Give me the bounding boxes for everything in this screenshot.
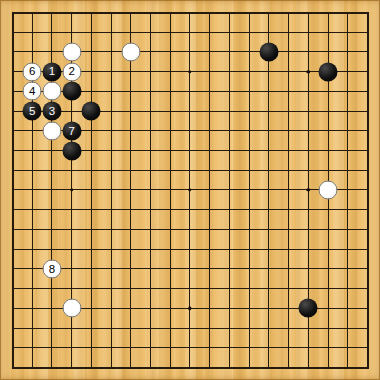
intersection-19-19[interactable] bbox=[358, 358, 378, 378]
intersection-11-1[interactable] bbox=[200, 3, 220, 23]
intersection-16-12[interactable] bbox=[298, 220, 318, 240]
intersection-15-8[interactable] bbox=[279, 141, 299, 161]
intersection-16-17[interactable] bbox=[298, 318, 318, 338]
intersection-2-14[interactable] bbox=[22, 259, 42, 279]
intersection-3-1[interactable] bbox=[42, 3, 62, 23]
intersection-8-4[interactable] bbox=[141, 62, 161, 82]
intersection-1-13[interactable] bbox=[3, 239, 23, 259]
intersection-7-11[interactable] bbox=[121, 200, 141, 220]
intersection-1-1[interactable] bbox=[3, 3, 23, 23]
intersection-1-4[interactable] bbox=[3, 62, 23, 82]
intersection-15-5[interactable] bbox=[279, 82, 299, 102]
intersection-10-5[interactable] bbox=[180, 82, 200, 102]
intersection-1-10[interactable] bbox=[3, 180, 23, 200]
intersection-18-7[interactable] bbox=[338, 121, 358, 141]
intersection-16-19[interactable] bbox=[298, 358, 318, 378]
intersection-15-11[interactable] bbox=[279, 200, 299, 220]
intersection-3-16[interactable] bbox=[42, 298, 62, 318]
intersection-12-1[interactable] bbox=[220, 3, 240, 23]
intersection-8-10[interactable] bbox=[141, 180, 161, 200]
intersection-11-8[interactable] bbox=[200, 141, 220, 161]
intersection-11-5[interactable] bbox=[200, 82, 220, 102]
intersection-7-7[interactable] bbox=[121, 121, 141, 141]
intersection-13-13[interactable] bbox=[239, 239, 259, 259]
intersection-9-8[interactable] bbox=[160, 141, 180, 161]
intersection-9-7[interactable] bbox=[160, 121, 180, 141]
intersection-16-5[interactable] bbox=[298, 82, 318, 102]
intersection-8-16[interactable] bbox=[141, 298, 161, 318]
intersection-17-9[interactable] bbox=[318, 160, 338, 180]
intersection-4-19[interactable] bbox=[62, 358, 82, 378]
intersection-18-6[interactable] bbox=[338, 101, 358, 121]
intersection-15-1[interactable] bbox=[279, 3, 299, 23]
intersection-8-18[interactable] bbox=[141, 338, 161, 358]
intersection-14-16[interactable] bbox=[259, 298, 279, 318]
intersection-1-8[interactable] bbox=[3, 141, 23, 161]
intersection-5-6[interactable] bbox=[82, 101, 102, 121]
intersection-11-13[interactable] bbox=[200, 239, 220, 259]
intersection-18-3[interactable] bbox=[338, 42, 358, 62]
intersection-2-2[interactable] bbox=[22, 22, 42, 42]
intersection-2-11[interactable] bbox=[22, 200, 42, 220]
intersection-19-10[interactable] bbox=[358, 180, 378, 200]
intersection-5-10[interactable] bbox=[82, 180, 102, 200]
intersection-13-9[interactable] bbox=[239, 160, 259, 180]
intersection-5-13[interactable] bbox=[82, 239, 102, 259]
intersection-8-3[interactable] bbox=[141, 42, 161, 62]
intersection-10-1[interactable] bbox=[180, 3, 200, 23]
intersection-13-11[interactable] bbox=[239, 200, 259, 220]
intersection-4-11[interactable] bbox=[62, 200, 82, 220]
intersection-13-16[interactable] bbox=[239, 298, 259, 318]
intersection-3-15[interactable] bbox=[42, 279, 62, 299]
intersection-8-6[interactable] bbox=[141, 101, 161, 121]
intersection-6-13[interactable] bbox=[101, 239, 121, 259]
intersection-4-17[interactable] bbox=[62, 318, 82, 338]
intersection-15-6[interactable] bbox=[279, 101, 299, 121]
intersection-19-15[interactable] bbox=[358, 279, 378, 299]
intersection-18-9[interactable] bbox=[338, 160, 358, 180]
intersection-19-1[interactable] bbox=[358, 3, 378, 23]
intersection-13-15[interactable] bbox=[239, 279, 259, 299]
intersection-16-16[interactable] bbox=[298, 298, 318, 318]
intersection-3-4[interactable]: 1 bbox=[42, 62, 62, 82]
intersection-6-4[interactable] bbox=[101, 62, 121, 82]
intersection-11-11[interactable] bbox=[200, 200, 220, 220]
intersection-19-2[interactable] bbox=[358, 22, 378, 42]
intersection-17-12[interactable] bbox=[318, 220, 338, 240]
intersection-11-4[interactable] bbox=[200, 62, 220, 82]
intersection-11-9[interactable] bbox=[200, 160, 220, 180]
intersection-10-9[interactable] bbox=[180, 160, 200, 180]
intersection-1-11[interactable] bbox=[3, 200, 23, 220]
intersection-17-2[interactable] bbox=[318, 22, 338, 42]
intersection-15-4[interactable] bbox=[279, 62, 299, 82]
intersection-13-12[interactable] bbox=[239, 220, 259, 240]
intersection-19-18[interactable] bbox=[358, 338, 378, 358]
intersection-12-14[interactable] bbox=[220, 259, 240, 279]
intersection-8-9[interactable] bbox=[141, 160, 161, 180]
intersection-18-13[interactable] bbox=[338, 239, 358, 259]
intersection-18-19[interactable] bbox=[338, 358, 358, 378]
intersection-14-19[interactable] bbox=[259, 358, 279, 378]
intersection-10-17[interactable] bbox=[180, 318, 200, 338]
intersection-9-9[interactable] bbox=[160, 160, 180, 180]
intersection-7-12[interactable] bbox=[121, 220, 141, 240]
intersection-7-19[interactable] bbox=[121, 358, 141, 378]
intersection-16-6[interactable] bbox=[298, 101, 318, 121]
intersection-12-5[interactable] bbox=[220, 82, 240, 102]
intersection-18-5[interactable] bbox=[338, 82, 358, 102]
intersection-9-6[interactable] bbox=[160, 101, 180, 121]
intersection-13-2[interactable] bbox=[239, 22, 259, 42]
intersection-8-8[interactable] bbox=[141, 141, 161, 161]
intersection-1-19[interactable] bbox=[3, 358, 23, 378]
intersection-10-16[interactable] bbox=[180, 298, 200, 318]
intersection-6-3[interactable] bbox=[101, 42, 121, 62]
intersection-15-7[interactable] bbox=[279, 121, 299, 141]
intersection-10-15[interactable] bbox=[180, 279, 200, 299]
intersection-9-1[interactable] bbox=[160, 3, 180, 23]
intersection-3-8[interactable] bbox=[42, 141, 62, 161]
intersection-1-2[interactable] bbox=[3, 22, 23, 42]
intersection-10-13[interactable] bbox=[180, 239, 200, 259]
intersection-11-10[interactable] bbox=[200, 180, 220, 200]
intersection-6-6[interactable] bbox=[101, 101, 121, 121]
intersection-12-3[interactable] bbox=[220, 42, 240, 62]
intersection-11-16[interactable] bbox=[200, 298, 220, 318]
intersection-1-16[interactable] bbox=[3, 298, 23, 318]
intersection-16-2[interactable] bbox=[298, 22, 318, 42]
intersection-17-1[interactable] bbox=[318, 3, 338, 23]
intersection-17-14[interactable] bbox=[318, 259, 338, 279]
intersection-15-12[interactable] bbox=[279, 220, 299, 240]
intersection-11-7[interactable] bbox=[200, 121, 220, 141]
intersection-8-5[interactable] bbox=[141, 82, 161, 102]
intersection-14-11[interactable] bbox=[259, 200, 279, 220]
intersection-4-10[interactable] bbox=[62, 180, 82, 200]
intersection-18-16[interactable] bbox=[338, 298, 358, 318]
intersection-17-15[interactable] bbox=[318, 279, 338, 299]
intersection-14-3[interactable] bbox=[259, 42, 279, 62]
intersection-7-10[interactable] bbox=[121, 180, 141, 200]
intersection-4-12[interactable] bbox=[62, 220, 82, 240]
intersection-14-10[interactable] bbox=[259, 180, 279, 200]
intersection-14-6[interactable] bbox=[259, 101, 279, 121]
intersection-4-6[interactable] bbox=[62, 101, 82, 121]
intersection-7-6[interactable] bbox=[121, 101, 141, 121]
intersection-1-18[interactable] bbox=[3, 338, 23, 358]
intersection-16-15[interactable] bbox=[298, 279, 318, 299]
intersection-19-17[interactable] bbox=[358, 318, 378, 338]
intersection-4-13[interactable] bbox=[62, 239, 82, 259]
intersection-10-7[interactable] bbox=[180, 121, 200, 141]
intersection-16-10[interactable] bbox=[298, 180, 318, 200]
intersection-15-19[interactable] bbox=[279, 358, 299, 378]
intersection-3-14[interactable]: 8 bbox=[42, 259, 62, 279]
intersection-17-7[interactable] bbox=[318, 121, 338, 141]
intersection-15-13[interactable] bbox=[279, 239, 299, 259]
intersection-12-11[interactable] bbox=[220, 200, 240, 220]
intersection-14-9[interactable] bbox=[259, 160, 279, 180]
intersection-8-1[interactable] bbox=[141, 3, 161, 23]
intersection-2-4[interactable]: 6 bbox=[22, 62, 42, 82]
intersection-10-14[interactable] bbox=[180, 259, 200, 279]
intersection-12-19[interactable] bbox=[220, 358, 240, 378]
intersection-3-13[interactable] bbox=[42, 239, 62, 259]
intersection-18-15[interactable] bbox=[338, 279, 358, 299]
intersection-16-14[interactable] bbox=[298, 259, 318, 279]
intersection-13-7[interactable] bbox=[239, 121, 259, 141]
intersection-17-8[interactable] bbox=[318, 141, 338, 161]
intersection-5-1[interactable] bbox=[82, 3, 102, 23]
intersection-13-17[interactable] bbox=[239, 318, 259, 338]
intersection-7-5[interactable] bbox=[121, 82, 141, 102]
intersection-1-12[interactable] bbox=[3, 220, 23, 240]
intersection-15-10[interactable] bbox=[279, 180, 299, 200]
intersection-2-3[interactable] bbox=[22, 42, 42, 62]
intersection-3-6[interactable]: 3 bbox=[42, 101, 62, 121]
intersection-15-16[interactable] bbox=[279, 298, 299, 318]
intersection-17-17[interactable] bbox=[318, 318, 338, 338]
intersection-16-3[interactable] bbox=[298, 42, 318, 62]
intersection-4-9[interactable] bbox=[62, 160, 82, 180]
intersection-9-19[interactable] bbox=[160, 358, 180, 378]
intersection-15-15[interactable] bbox=[279, 279, 299, 299]
intersection-1-14[interactable] bbox=[3, 259, 23, 279]
intersection-11-12[interactable] bbox=[200, 220, 220, 240]
intersection-17-16[interactable] bbox=[318, 298, 338, 318]
intersection-4-16[interactable] bbox=[62, 298, 82, 318]
intersection-6-9[interactable] bbox=[101, 160, 121, 180]
intersection-7-14[interactable] bbox=[121, 259, 141, 279]
intersection-5-5[interactable] bbox=[82, 82, 102, 102]
intersection-2-9[interactable] bbox=[22, 160, 42, 180]
intersection-14-5[interactable] bbox=[259, 82, 279, 102]
intersection-13-3[interactable] bbox=[239, 42, 259, 62]
intersection-7-18[interactable] bbox=[121, 338, 141, 358]
intersection-5-9[interactable] bbox=[82, 160, 102, 180]
intersection-9-13[interactable] bbox=[160, 239, 180, 259]
intersection-8-12[interactable] bbox=[141, 220, 161, 240]
intersection-13-10[interactable] bbox=[239, 180, 259, 200]
intersection-2-10[interactable] bbox=[22, 180, 42, 200]
intersection-4-2[interactable] bbox=[62, 22, 82, 42]
intersection-17-11[interactable] bbox=[318, 200, 338, 220]
intersection-15-3[interactable] bbox=[279, 42, 299, 62]
intersection-18-4[interactable] bbox=[338, 62, 358, 82]
intersection-4-1[interactable] bbox=[62, 3, 82, 23]
intersection-3-19[interactable] bbox=[42, 358, 62, 378]
intersection-16-9[interactable] bbox=[298, 160, 318, 180]
intersection-3-7[interactable] bbox=[42, 121, 62, 141]
intersection-5-17[interactable] bbox=[82, 318, 102, 338]
intersection-6-17[interactable] bbox=[101, 318, 121, 338]
intersection-5-19[interactable] bbox=[82, 358, 102, 378]
intersection-3-10[interactable] bbox=[42, 180, 62, 200]
intersection-12-2[interactable] bbox=[220, 22, 240, 42]
intersection-11-19[interactable] bbox=[200, 358, 220, 378]
intersection-19-6[interactable] bbox=[358, 101, 378, 121]
intersection-14-17[interactable] bbox=[259, 318, 279, 338]
intersection-7-8[interactable] bbox=[121, 141, 141, 161]
intersection-12-12[interactable] bbox=[220, 220, 240, 240]
intersection-11-17[interactable] bbox=[200, 318, 220, 338]
intersection-5-4[interactable] bbox=[82, 62, 102, 82]
intersection-16-7[interactable] bbox=[298, 121, 318, 141]
intersection-2-6[interactable]: 5 bbox=[22, 101, 42, 121]
intersection-11-18[interactable] bbox=[200, 338, 220, 358]
intersection-13-8[interactable] bbox=[239, 141, 259, 161]
intersection-9-17[interactable] bbox=[160, 318, 180, 338]
intersection-6-5[interactable] bbox=[101, 82, 121, 102]
intersection-4-7[interactable]: 7 bbox=[62, 121, 82, 141]
intersection-15-18[interactable] bbox=[279, 338, 299, 358]
intersection-8-19[interactable] bbox=[141, 358, 161, 378]
intersection-4-18[interactable] bbox=[62, 338, 82, 358]
intersection-12-6[interactable] bbox=[220, 101, 240, 121]
intersection-3-17[interactable] bbox=[42, 318, 62, 338]
intersection-17-3[interactable] bbox=[318, 42, 338, 62]
intersection-5-16[interactable] bbox=[82, 298, 102, 318]
intersection-19-8[interactable] bbox=[358, 141, 378, 161]
intersection-13-1[interactable] bbox=[239, 3, 259, 23]
intersection-19-5[interactable] bbox=[358, 82, 378, 102]
intersection-13-4[interactable] bbox=[239, 62, 259, 82]
intersection-19-4[interactable] bbox=[358, 62, 378, 82]
intersection-6-8[interactable] bbox=[101, 141, 121, 161]
intersection-12-15[interactable] bbox=[220, 279, 240, 299]
intersection-17-10[interactable] bbox=[318, 180, 338, 200]
intersection-10-6[interactable] bbox=[180, 101, 200, 121]
intersection-9-5[interactable] bbox=[160, 82, 180, 102]
intersection-2-15[interactable] bbox=[22, 279, 42, 299]
intersection-6-18[interactable] bbox=[101, 338, 121, 358]
intersection-17-19[interactable] bbox=[318, 358, 338, 378]
intersection-6-19[interactable] bbox=[101, 358, 121, 378]
intersection-9-15[interactable] bbox=[160, 279, 180, 299]
intersection-14-7[interactable] bbox=[259, 121, 279, 141]
intersection-12-10[interactable] bbox=[220, 180, 240, 200]
intersection-11-15[interactable] bbox=[200, 279, 220, 299]
intersection-11-6[interactable] bbox=[200, 101, 220, 121]
intersection-18-2[interactable] bbox=[338, 22, 358, 42]
intersection-17-13[interactable] bbox=[318, 239, 338, 259]
intersection-9-4[interactable] bbox=[160, 62, 180, 82]
intersection-11-3[interactable] bbox=[200, 42, 220, 62]
intersection-3-2[interactable] bbox=[42, 22, 62, 42]
intersection-2-1[interactable] bbox=[22, 3, 42, 23]
intersection-7-16[interactable] bbox=[121, 298, 141, 318]
intersection-6-12[interactable] bbox=[101, 220, 121, 240]
intersection-6-1[interactable] bbox=[101, 3, 121, 23]
intersection-6-7[interactable] bbox=[101, 121, 121, 141]
intersection-19-11[interactable] bbox=[358, 200, 378, 220]
intersection-18-17[interactable] bbox=[338, 318, 358, 338]
intersection-16-11[interactable] bbox=[298, 200, 318, 220]
intersection-7-1[interactable] bbox=[121, 3, 141, 23]
intersection-18-11[interactable] bbox=[338, 200, 358, 220]
intersection-14-13[interactable] bbox=[259, 239, 279, 259]
intersection-9-18[interactable] bbox=[160, 338, 180, 358]
intersection-2-7[interactable] bbox=[22, 121, 42, 141]
intersection-13-6[interactable] bbox=[239, 101, 259, 121]
intersection-12-16[interactable] bbox=[220, 298, 240, 318]
intersection-16-8[interactable] bbox=[298, 141, 318, 161]
intersection-5-8[interactable] bbox=[82, 141, 102, 161]
intersection-5-2[interactable] bbox=[82, 22, 102, 42]
intersection-9-3[interactable] bbox=[160, 42, 180, 62]
intersection-16-13[interactable] bbox=[298, 239, 318, 259]
intersection-4-4[interactable]: 2 bbox=[62, 62, 82, 82]
intersection-10-3[interactable] bbox=[180, 42, 200, 62]
intersection-14-4[interactable] bbox=[259, 62, 279, 82]
intersection-5-15[interactable] bbox=[82, 279, 102, 299]
intersection-16-4[interactable] bbox=[298, 62, 318, 82]
intersection-2-5[interactable]: 4 bbox=[22, 82, 42, 102]
intersection-19-9[interactable] bbox=[358, 160, 378, 180]
intersection-3-9[interactable] bbox=[42, 160, 62, 180]
intersection-1-17[interactable] bbox=[3, 318, 23, 338]
intersection-1-3[interactable] bbox=[3, 42, 23, 62]
intersection-19-12[interactable] bbox=[358, 220, 378, 240]
intersection-7-9[interactable] bbox=[121, 160, 141, 180]
intersection-5-7[interactable] bbox=[82, 121, 102, 141]
intersection-12-4[interactable] bbox=[220, 62, 240, 82]
intersection-17-18[interactable] bbox=[318, 338, 338, 358]
intersection-10-18[interactable] bbox=[180, 338, 200, 358]
intersection-11-14[interactable] bbox=[200, 259, 220, 279]
intersection-14-8[interactable] bbox=[259, 141, 279, 161]
intersection-17-5[interactable] bbox=[318, 82, 338, 102]
intersection-2-18[interactable] bbox=[22, 338, 42, 358]
intersection-12-17[interactable] bbox=[220, 318, 240, 338]
intersection-13-5[interactable] bbox=[239, 82, 259, 102]
intersection-9-12[interactable] bbox=[160, 220, 180, 240]
intersection-1-7[interactable] bbox=[3, 121, 23, 141]
intersection-8-7[interactable] bbox=[141, 121, 161, 141]
intersection-9-16[interactable] bbox=[160, 298, 180, 318]
intersection-10-10[interactable] bbox=[180, 180, 200, 200]
intersection-3-12[interactable] bbox=[42, 220, 62, 240]
intersection-6-16[interactable] bbox=[101, 298, 121, 318]
intersection-18-1[interactable] bbox=[338, 3, 358, 23]
intersection-2-19[interactable] bbox=[22, 358, 42, 378]
intersection-18-14[interactable] bbox=[338, 259, 358, 279]
intersection-14-1[interactable] bbox=[259, 3, 279, 23]
intersection-2-12[interactable] bbox=[22, 220, 42, 240]
intersection-3-3[interactable] bbox=[42, 42, 62, 62]
intersection-15-9[interactable] bbox=[279, 160, 299, 180]
intersection-6-11[interactable] bbox=[101, 200, 121, 220]
intersection-1-6[interactable] bbox=[3, 101, 23, 121]
intersection-3-11[interactable] bbox=[42, 200, 62, 220]
intersection-2-16[interactable] bbox=[22, 298, 42, 318]
intersection-7-13[interactable] bbox=[121, 239, 141, 259]
intersection-4-14[interactable] bbox=[62, 259, 82, 279]
intersection-19-7[interactable] bbox=[358, 121, 378, 141]
intersection-8-15[interactable] bbox=[141, 279, 161, 299]
intersection-11-2[interactable] bbox=[200, 22, 220, 42]
intersection-12-13[interactable] bbox=[220, 239, 240, 259]
intersection-14-15[interactable] bbox=[259, 279, 279, 299]
intersection-2-13[interactable] bbox=[22, 239, 42, 259]
intersection-7-4[interactable] bbox=[121, 62, 141, 82]
intersection-9-10[interactable] bbox=[160, 180, 180, 200]
intersection-9-11[interactable] bbox=[160, 200, 180, 220]
intersection-8-13[interactable] bbox=[141, 239, 161, 259]
intersection-10-8[interactable] bbox=[180, 141, 200, 161]
